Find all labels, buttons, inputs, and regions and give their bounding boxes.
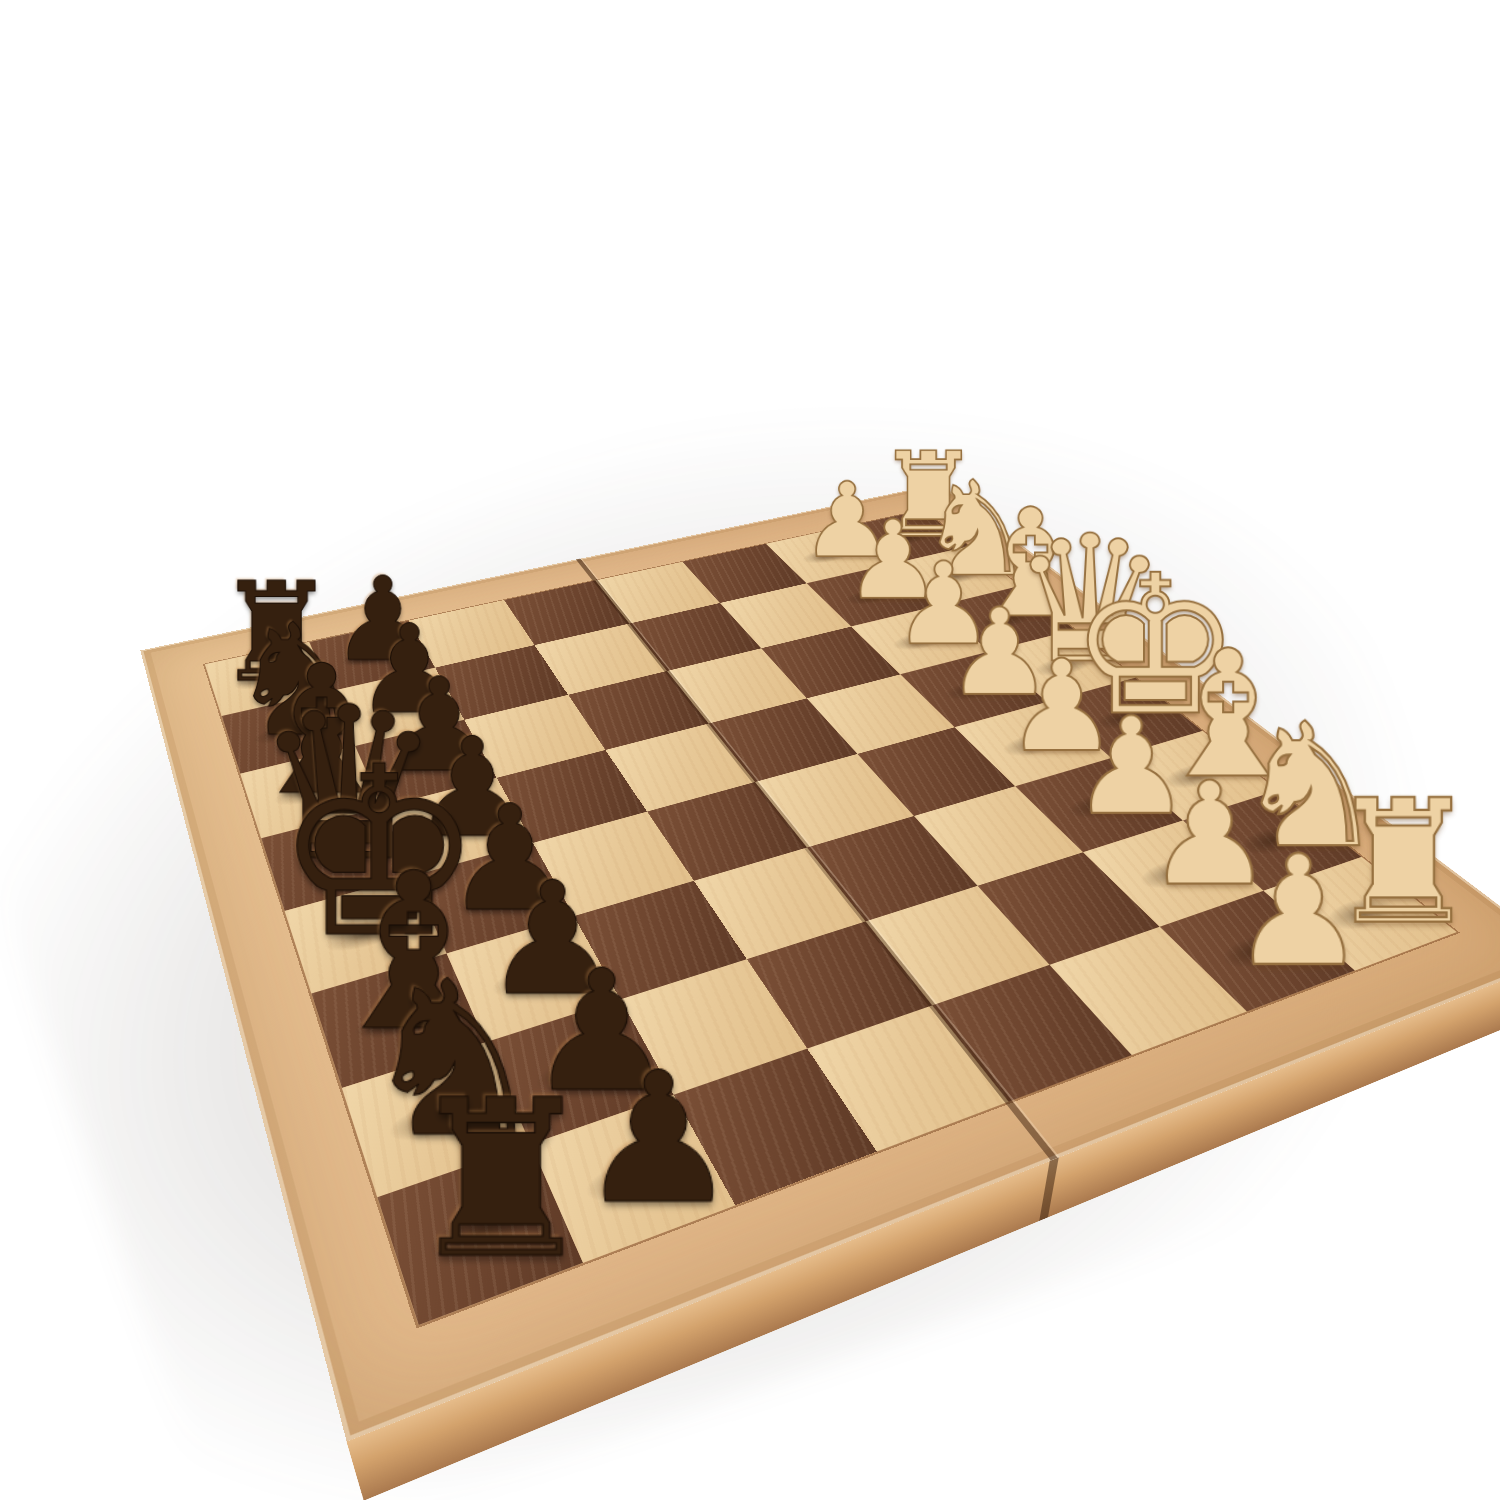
chess-box: ♜♞♝♛♚♝♞♜♟♟♟♟♟♟♟♟♟♟♟♟♟♟♟♟♜♞♝♛♚♝♞♜ bbox=[140, 484, 1500, 1442]
black-rook: ♜ bbox=[404, 1072, 598, 1289]
scene: ♜♞♝♛♚♝♞♜♟♟♟♟♟♟♟♟♟♟♟♟♟♟♟♟♜♞♝♛♚♝♞♜ bbox=[0, 0, 1500, 1500]
black-pawn: ♟ bbox=[578, 1049, 740, 1230]
white-pawn: ♟ bbox=[1230, 836, 1366, 988]
square-e5 bbox=[647, 782, 807, 881]
square-h8: ♜ bbox=[377, 1144, 583, 1325]
